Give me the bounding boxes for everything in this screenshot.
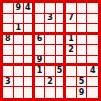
sudoku-cell-given: 1 <box>14 24 25 35</box>
sudoku-cell-empty[interactable] <box>66 56 77 67</box>
sudoku-board: 94371861291543259 <box>0 0 101 101</box>
sudoku-cell-empty[interactable] <box>56 77 67 88</box>
sudoku-cell-empty[interactable] <box>66 3 77 14</box>
sudoku-cell-empty[interactable] <box>56 14 67 25</box>
sudoku-cell-empty[interactable] <box>87 56 98 67</box>
sudoku-cell-empty[interactable] <box>24 14 35 25</box>
sudoku-cell-given: 9 <box>35 56 46 67</box>
sudoku-cell-empty[interactable] <box>56 35 67 46</box>
sudoku-cell-given: 9 <box>77 87 88 98</box>
sudoku-cell-given: 5 <box>56 66 67 77</box>
sudoku-cell-given: 3 <box>45 14 56 25</box>
sudoku-cell-empty[interactable] <box>3 24 14 35</box>
sudoku-cell-empty[interactable] <box>3 87 14 98</box>
sudoku-cell-given: 8 <box>3 35 14 46</box>
sudoku-cell-empty[interactable] <box>35 14 46 25</box>
sudoku-cell-empty[interactable] <box>45 3 56 14</box>
sudoku-cell-empty[interactable] <box>77 45 88 56</box>
sudoku-cell-empty[interactable] <box>45 45 56 56</box>
sudoku-cell-empty[interactable] <box>35 3 46 14</box>
sudoku-cell-empty[interactable] <box>3 56 14 67</box>
sudoku-cell-given: 9 <box>14 3 25 14</box>
sudoku-cell-empty[interactable] <box>66 77 77 88</box>
sudoku-cell-empty[interactable] <box>14 87 25 98</box>
sudoku-cell-given: 5 <box>77 77 88 88</box>
sudoku-cell-empty[interactable] <box>35 45 46 56</box>
sudoku-cell-empty[interactable] <box>35 87 46 98</box>
sudoku-cell-empty[interactable] <box>45 35 56 46</box>
sudoku-cell-empty[interactable] <box>24 35 35 46</box>
sudoku-cell-empty[interactable] <box>77 35 88 46</box>
sudoku-cell-empty[interactable] <box>66 66 77 77</box>
sudoku-cell-empty[interactable] <box>3 66 14 77</box>
sudoku-cell-empty[interactable] <box>56 56 67 67</box>
sudoku-cell-empty[interactable] <box>3 14 14 25</box>
sudoku-cell-empty[interactable] <box>14 14 25 25</box>
sudoku-cell-empty[interactable] <box>14 66 25 77</box>
sudoku-cell-empty[interactable] <box>24 45 35 56</box>
sudoku-cell-empty[interactable] <box>66 87 77 98</box>
sudoku-cell-empty[interactable] <box>35 24 46 35</box>
sudoku-cell-empty[interactable] <box>77 3 88 14</box>
sudoku-cell-empty[interactable] <box>3 45 14 56</box>
sudoku-cell-given: 1 <box>66 35 77 46</box>
sudoku-cell-empty[interactable] <box>77 66 88 77</box>
sudoku-cell-empty[interactable] <box>45 87 56 98</box>
sudoku-cell-empty[interactable] <box>87 14 98 25</box>
sudoku-cell-empty[interactable] <box>77 56 88 67</box>
sudoku-cell-empty[interactable] <box>56 24 67 35</box>
sudoku-cell-given: 4 <box>24 3 35 14</box>
sudoku-cell-empty[interactable] <box>77 14 88 25</box>
sudoku-cell-empty[interactable] <box>14 35 25 46</box>
sudoku-cell-given: 6 <box>35 35 46 46</box>
sudoku-cell-empty[interactable] <box>45 66 56 77</box>
sudoku-cell-given: 4 <box>87 66 98 77</box>
sudoku-cell-empty[interactable] <box>87 87 98 98</box>
sudoku-cell-empty[interactable] <box>56 3 67 14</box>
sudoku-cell-given: 2 <box>45 77 56 88</box>
sudoku-cell-given: 3 <box>3 77 14 88</box>
sudoku-cell-empty[interactable] <box>35 77 46 88</box>
sudoku-cell-empty[interactable] <box>56 45 67 56</box>
sudoku-cell-empty[interactable] <box>56 87 67 98</box>
sudoku-cell-empty[interactable] <box>14 77 25 88</box>
sudoku-cell-empty[interactable] <box>77 24 88 35</box>
sudoku-cell-empty[interactable] <box>87 3 98 14</box>
sudoku-puzzle: 94371861291543259 <box>0 0 101 101</box>
sudoku-cell-given: 2 <box>66 45 77 56</box>
sudoku-cell-empty[interactable] <box>45 56 56 67</box>
sudoku-cell-empty[interactable] <box>87 35 98 46</box>
sudoku-cell-empty[interactable] <box>24 24 35 35</box>
sudoku-cell-empty[interactable] <box>14 56 25 67</box>
sudoku-cell-empty[interactable] <box>24 77 35 88</box>
sudoku-cell-empty[interactable] <box>24 56 35 67</box>
sudoku-cell-empty[interactable] <box>87 45 98 56</box>
sudoku-cell-empty[interactable] <box>24 87 35 98</box>
sudoku-cell-given: 7 <box>66 14 77 25</box>
sudoku-cell-empty[interactable] <box>87 24 98 35</box>
sudoku-cell-empty[interactable] <box>14 45 25 56</box>
sudoku-cell-empty[interactable] <box>3 3 14 14</box>
sudoku-cell-empty[interactable] <box>66 24 77 35</box>
sudoku-cell-empty[interactable] <box>24 66 35 77</box>
sudoku-cell-given: 1 <box>35 66 46 77</box>
sudoku-cell-empty[interactable] <box>45 24 56 35</box>
sudoku-cell-empty[interactable] <box>87 77 98 88</box>
